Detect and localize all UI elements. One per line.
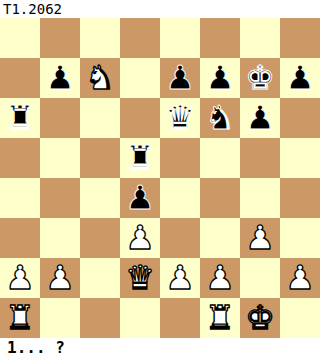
piece-white-pawn: ♟ xyxy=(245,218,275,258)
puzzle-id: T1.2062 xyxy=(0,0,320,18)
square-g7[interactable]: ♚ xyxy=(240,58,280,98)
square-g4[interactable] xyxy=(240,178,280,218)
square-h7[interactable]: ♟ xyxy=(280,58,320,98)
square-d7[interactable] xyxy=(120,58,160,98)
piece-white-knight: ♞ xyxy=(85,58,115,98)
square-c1[interactable] xyxy=(80,298,120,338)
square-b1[interactable] xyxy=(40,298,80,338)
square-d5[interactable]: ♜ xyxy=(120,138,160,178)
piece-black-pawn: ♟ xyxy=(205,58,235,98)
piece-black-rook: ♜ xyxy=(125,138,155,178)
chess-board: ♟♞♟♟♚♟♜♛♞♟♜♟♟♟♟♟♛♟♟♟♜♜♚ xyxy=(0,18,320,338)
square-e4[interactable] xyxy=(160,178,200,218)
square-d4[interactable]: ♟ xyxy=(120,178,160,218)
square-h8[interactable] xyxy=(280,18,320,58)
piece-white-pawn: ♟ xyxy=(285,258,315,298)
square-h6[interactable] xyxy=(280,98,320,138)
square-g5[interactable] xyxy=(240,138,280,178)
square-a4[interactable] xyxy=(0,178,40,218)
square-b3[interactable] xyxy=(40,218,80,258)
square-d6[interactable] xyxy=(120,98,160,138)
piece-black-king: ♚ xyxy=(245,58,275,98)
move-prompt: 1... ? xyxy=(0,338,320,360)
square-e7[interactable]: ♟ xyxy=(160,58,200,98)
piece-black-rook: ♜ xyxy=(5,98,35,138)
piece-white-rook: ♜ xyxy=(205,298,235,338)
piece-white-king: ♚ xyxy=(245,298,275,338)
square-f5[interactable] xyxy=(200,138,240,178)
square-g3[interactable]: ♟ xyxy=(240,218,280,258)
square-d3[interactable]: ♟ xyxy=(120,218,160,258)
square-f1[interactable]: ♜ xyxy=(200,298,240,338)
square-c8[interactable] xyxy=(80,18,120,58)
square-a6[interactable]: ♜ xyxy=(0,98,40,138)
square-h2[interactable]: ♟ xyxy=(280,258,320,298)
square-c4[interactable] xyxy=(80,178,120,218)
square-a1[interactable]: ♜ xyxy=(0,298,40,338)
piece-white-rook: ♜ xyxy=(5,298,35,338)
square-f2[interactable]: ♟ xyxy=(200,258,240,298)
square-e5[interactable] xyxy=(160,138,200,178)
square-b2[interactable]: ♟ xyxy=(40,258,80,298)
square-e2[interactable]: ♟ xyxy=(160,258,200,298)
square-d2[interactable]: ♛ xyxy=(120,258,160,298)
piece-black-pawn: ♟ xyxy=(165,58,195,98)
square-a3[interactable] xyxy=(0,218,40,258)
square-g8[interactable] xyxy=(240,18,280,58)
square-a2[interactable]: ♟ xyxy=(0,258,40,298)
piece-black-pawn: ♟ xyxy=(45,58,75,98)
square-c6[interactable] xyxy=(80,98,120,138)
square-e1[interactable] xyxy=(160,298,200,338)
square-f8[interactable] xyxy=(200,18,240,58)
piece-black-pawn: ♟ xyxy=(125,178,155,218)
square-f7[interactable]: ♟ xyxy=(200,58,240,98)
square-a5[interactable] xyxy=(0,138,40,178)
square-g2[interactable] xyxy=(240,258,280,298)
square-f6[interactable]: ♞ xyxy=(200,98,240,138)
piece-white-pawn: ♟ xyxy=(165,258,195,298)
piece-white-pawn: ♟ xyxy=(205,258,235,298)
piece-black-pawn: ♟ xyxy=(285,58,315,98)
square-e3[interactable] xyxy=(160,218,200,258)
square-c7[interactable]: ♞ xyxy=(80,58,120,98)
piece-black-knight: ♞ xyxy=(205,98,235,138)
square-a7[interactable] xyxy=(0,58,40,98)
square-b8[interactable] xyxy=(40,18,80,58)
square-b4[interactable] xyxy=(40,178,80,218)
piece-black-pawn: ♟ xyxy=(245,98,275,138)
square-h3[interactable] xyxy=(280,218,320,258)
puzzle-window: T1.2062 ♟♞♟♟♚♟♜♛♞♟♜♟♟♟♟♟♛♟♟♟♜♜♚ 1... ? xyxy=(0,0,320,360)
square-g1[interactable]: ♚ xyxy=(240,298,280,338)
square-c5[interactable] xyxy=(80,138,120,178)
square-e6[interactable]: ♛ xyxy=(160,98,200,138)
square-b7[interactable]: ♟ xyxy=(40,58,80,98)
square-e8[interactable] xyxy=(160,18,200,58)
square-d1[interactable] xyxy=(120,298,160,338)
square-b5[interactable] xyxy=(40,138,80,178)
piece-black-queen: ♛ xyxy=(165,98,195,138)
square-d8[interactable] xyxy=(120,18,160,58)
piece-white-pawn: ♟ xyxy=(45,258,75,298)
piece-white-pawn: ♟ xyxy=(125,218,155,258)
square-a8[interactable] xyxy=(0,18,40,58)
square-g6[interactable]: ♟ xyxy=(240,98,280,138)
square-c3[interactable] xyxy=(80,218,120,258)
square-h1[interactable] xyxy=(280,298,320,338)
square-h4[interactable] xyxy=(280,178,320,218)
square-c2[interactable] xyxy=(80,258,120,298)
square-b6[interactable] xyxy=(40,98,80,138)
square-f3[interactable] xyxy=(200,218,240,258)
square-f4[interactable] xyxy=(200,178,240,218)
piece-white-pawn: ♟ xyxy=(5,258,35,298)
piece-white-queen: ♛ xyxy=(125,258,155,298)
square-h5[interactable] xyxy=(280,138,320,178)
